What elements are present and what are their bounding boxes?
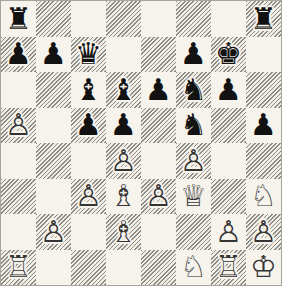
black-bishop[interactable]: ♝ bbox=[75, 75, 102, 105]
square-e3[interactable]: ♙ bbox=[141, 179, 176, 215]
white-bishop[interactable]: ♗ bbox=[110, 181, 137, 211]
square-f4[interactable]: ♙ bbox=[176, 143, 211, 179]
black-rook[interactable]: ♜ bbox=[5, 4, 32, 34]
white-bishop[interactable]: ♗ bbox=[110, 217, 137, 247]
square-g3[interactable] bbox=[211, 179, 246, 215]
square-c3[interactable]: ♙ bbox=[71, 179, 106, 215]
white-pawn[interactable]: ♙ bbox=[180, 146, 207, 176]
white-knight[interactable]: ♘ bbox=[180, 252, 207, 282]
square-d6[interactable]: ♝ bbox=[106, 72, 141, 108]
square-b6[interactable] bbox=[36, 72, 71, 108]
square-b3[interactable] bbox=[36, 179, 71, 215]
square-e5[interactable] bbox=[141, 108, 176, 144]
square-d2[interactable]: ♗ bbox=[106, 214, 141, 250]
square-f1[interactable]: ♘ bbox=[176, 250, 211, 286]
square-h8[interactable]: ♜ bbox=[246, 1, 281, 37]
square-e7[interactable] bbox=[141, 37, 176, 73]
black-knight[interactable]: ♞ bbox=[180, 110, 207, 140]
square-c6[interactable]: ♝ bbox=[71, 72, 106, 108]
square-d7[interactable] bbox=[106, 37, 141, 73]
white-pawn[interactable]: ♙ bbox=[110, 146, 137, 176]
square-g2[interactable]: ♙ bbox=[211, 214, 246, 250]
square-h3[interactable]: ♘ bbox=[246, 179, 281, 215]
black-knight[interactable]: ♞ bbox=[180, 75, 207, 105]
square-e8[interactable] bbox=[141, 1, 176, 37]
square-c8[interactable] bbox=[71, 1, 106, 37]
square-h7[interactable] bbox=[246, 37, 281, 73]
white-pawn[interactable]: ♙ bbox=[250, 217, 277, 247]
black-pawn[interactable]: ♟ bbox=[40, 39, 67, 69]
square-f7[interactable]: ♟ bbox=[176, 37, 211, 73]
square-a6[interactable] bbox=[1, 72, 36, 108]
square-f3[interactable]: ♕ bbox=[176, 179, 211, 215]
white-rook[interactable]: ♖ bbox=[5, 252, 32, 282]
square-e6[interactable]: ♟ bbox=[141, 72, 176, 108]
square-e4[interactable] bbox=[141, 143, 176, 179]
square-a2[interactable] bbox=[1, 214, 36, 250]
black-rook[interactable]: ♜ bbox=[250, 4, 277, 34]
square-d1[interactable] bbox=[106, 250, 141, 286]
black-queen[interactable]: ♛ bbox=[75, 39, 102, 69]
square-a4[interactable] bbox=[1, 143, 36, 179]
square-h5[interactable]: ♟ bbox=[246, 108, 281, 144]
white-pawn[interactable]: ♙ bbox=[145, 181, 172, 211]
black-pawn[interactable]: ♟ bbox=[250, 110, 277, 140]
square-b1[interactable] bbox=[36, 250, 71, 286]
square-b8[interactable] bbox=[36, 1, 71, 37]
square-g7[interactable]: ♚ bbox=[211, 37, 246, 73]
black-king[interactable]: ♚ bbox=[215, 39, 242, 69]
square-g6[interactable]: ♟ bbox=[211, 72, 246, 108]
white-knight[interactable]: ♘ bbox=[250, 181, 277, 211]
square-h4[interactable] bbox=[246, 143, 281, 179]
white-rook[interactable]: ♖ bbox=[215, 252, 242, 282]
square-a1[interactable]: ♖ bbox=[1, 250, 36, 286]
square-c7[interactable]: ♛ bbox=[71, 37, 106, 73]
square-h2[interactable]: ♙ bbox=[246, 214, 281, 250]
square-b4[interactable] bbox=[36, 143, 71, 179]
square-f8[interactable] bbox=[176, 1, 211, 37]
square-a3[interactable] bbox=[1, 179, 36, 215]
white-pawn[interactable]: ♙ bbox=[75, 181, 102, 211]
square-f6[interactable]: ♞ bbox=[176, 72, 211, 108]
black-pawn[interactable]: ♟ bbox=[215, 75, 242, 105]
square-b7[interactable]: ♟ bbox=[36, 37, 71, 73]
black-pawn[interactable]: ♟ bbox=[180, 39, 207, 69]
square-e2[interactable] bbox=[141, 214, 176, 250]
white-pawn[interactable]: ♙ bbox=[40, 217, 67, 247]
white-pawn[interactable]: ♙ bbox=[5, 110, 32, 140]
black-pawn[interactable]: ♟ bbox=[75, 110, 102, 140]
square-e1[interactable] bbox=[141, 250, 176, 286]
square-c4[interactable] bbox=[71, 143, 106, 179]
square-d8[interactable] bbox=[106, 1, 141, 37]
square-c1[interactable] bbox=[71, 250, 106, 286]
square-b2[interactable]: ♙ bbox=[36, 214, 71, 250]
square-a5[interactable]: ♙ bbox=[1, 108, 36, 144]
black-pawn[interactable]: ♟ bbox=[110, 110, 137, 140]
square-h1[interactable]: ♔ bbox=[246, 250, 281, 286]
square-c2[interactable] bbox=[71, 214, 106, 250]
white-king[interactable]: ♔ bbox=[250, 252, 277, 282]
white-pawn[interactable]: ♙ bbox=[215, 217, 242, 247]
chess-board: ♜♜♟♟♛♟♚♝♝♟♞♟♙♟♟♞♟♙♙♙♗♙♕♘♙♗♙♙♖♘♖♔ bbox=[0, 0, 282, 286]
white-queen[interactable]: ♕ bbox=[180, 181, 207, 211]
square-d3[interactable]: ♗ bbox=[106, 179, 141, 215]
black-bishop[interactable]: ♝ bbox=[110, 75, 137, 105]
square-b5[interactable] bbox=[36, 108, 71, 144]
black-pawn[interactable]: ♟ bbox=[145, 75, 172, 105]
square-c5[interactable]: ♟ bbox=[71, 108, 106, 144]
black-pawn[interactable]: ♟ bbox=[5, 39, 32, 69]
square-f5[interactable]: ♞ bbox=[176, 108, 211, 144]
square-g1[interactable]: ♖ bbox=[211, 250, 246, 286]
square-a7[interactable]: ♟ bbox=[1, 37, 36, 73]
square-d5[interactable]: ♟ bbox=[106, 108, 141, 144]
square-h6[interactable] bbox=[246, 72, 281, 108]
square-g4[interactable] bbox=[211, 143, 246, 179]
square-a8[interactable]: ♜ bbox=[1, 1, 36, 37]
square-d4[interactable]: ♙ bbox=[106, 143, 141, 179]
square-g8[interactable] bbox=[211, 1, 246, 37]
square-f2[interactable] bbox=[176, 214, 211, 250]
square-g5[interactable] bbox=[211, 108, 246, 144]
